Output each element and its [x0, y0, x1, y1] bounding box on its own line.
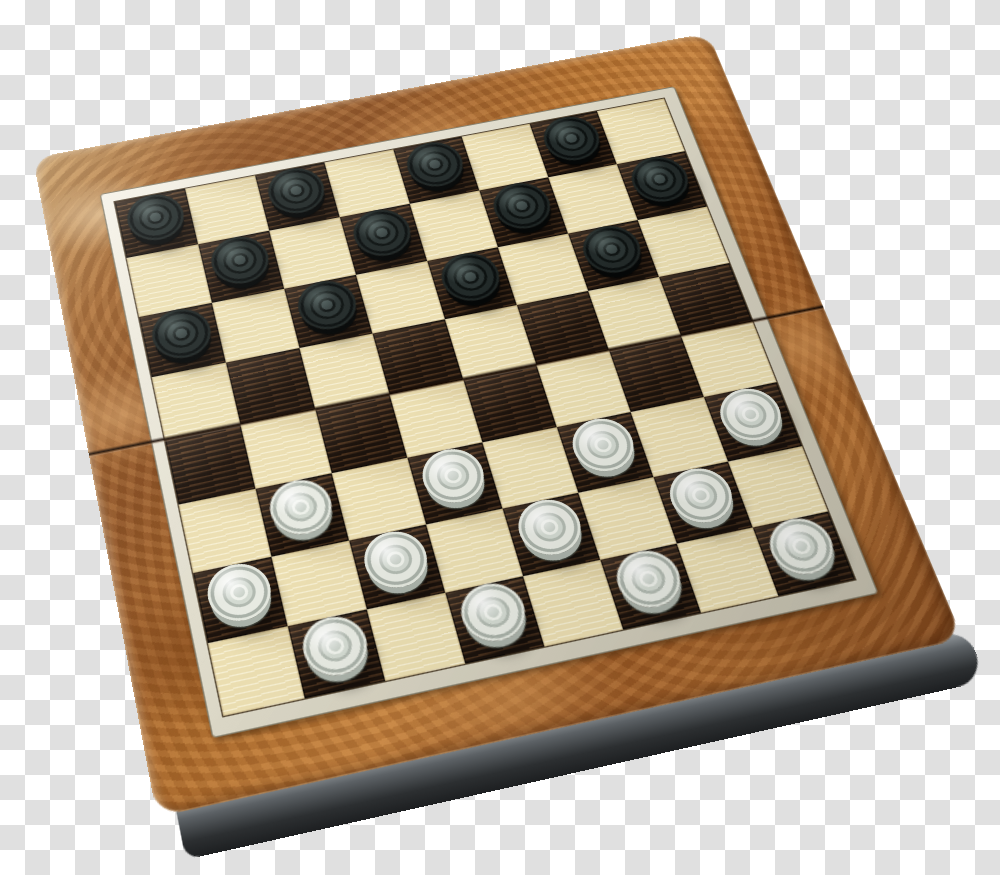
transparent-background: ⛂⛂⛂⛂⛂⛂⛂⛂⛂⛂⛂⛂⛀⛀⛀⛀⛀⛀⛀⛀⛀⛀⛀⛀: [0, 0, 1000, 875]
checker-white[interactable]: ⛀: [565, 414, 641, 477]
checker-black[interactable]: ⛂: [435, 248, 505, 305]
checker-black[interactable]: ⛂: [206, 232, 273, 288]
checker-black[interactable]: ⛂: [624, 153, 694, 207]
checker-black[interactable]: ⛂: [122, 190, 187, 245]
playing-field: ⛂⛂⛂⛂⛂⛂⛂⛂⛂⛂⛂⛂⛀⛀⛀⛀⛀⛀⛀⛀⛀⛀⛀⛀: [115, 99, 855, 716]
checker-white[interactable]: ⛀: [761, 513, 841, 580]
checker-black[interactable]: ⛂: [401, 138, 468, 191]
checker-black[interactable]: ⛂: [347, 206, 415, 261]
checker-white[interactable]: ⛀: [511, 494, 588, 560]
board-perspective-wrapper: ⛂⛂⛂⛂⛂⛂⛂⛂⛂⛂⛂⛂⛀⛀⛀⛀⛀⛀⛀⛀⛀⛀⛀⛀: [33, 33, 963, 817]
checker-white[interactable]: ⛀: [609, 545, 688, 613]
checker-black[interactable]: ⛂: [263, 164, 329, 218]
checker-black[interactable]: ⛂: [147, 304, 215, 363]
checker-black[interactable]: ⛂: [537, 113, 605, 165]
checker-black[interactable]: ⛂: [487, 179, 556, 234]
checker-white[interactable]: ⛀: [416, 444, 490, 508]
checker-white[interactable]: ⛀: [661, 463, 739, 528]
checker-black[interactable]: ⛂: [292, 276, 361, 334]
checker-white[interactable]: ⛀: [296, 611, 372, 681]
checker-white[interactable]: ⛀: [202, 558, 276, 626]
checker-white[interactable]: ⛀: [712, 384, 789, 446]
checker-white[interactable]: ⛀: [454, 578, 532, 647]
checker-white[interactable]: ⛀: [264, 475, 337, 540]
checker-black[interactable]: ⛂: [575, 221, 646, 277]
checker-white[interactable]: ⛀: [357, 526, 432, 593]
